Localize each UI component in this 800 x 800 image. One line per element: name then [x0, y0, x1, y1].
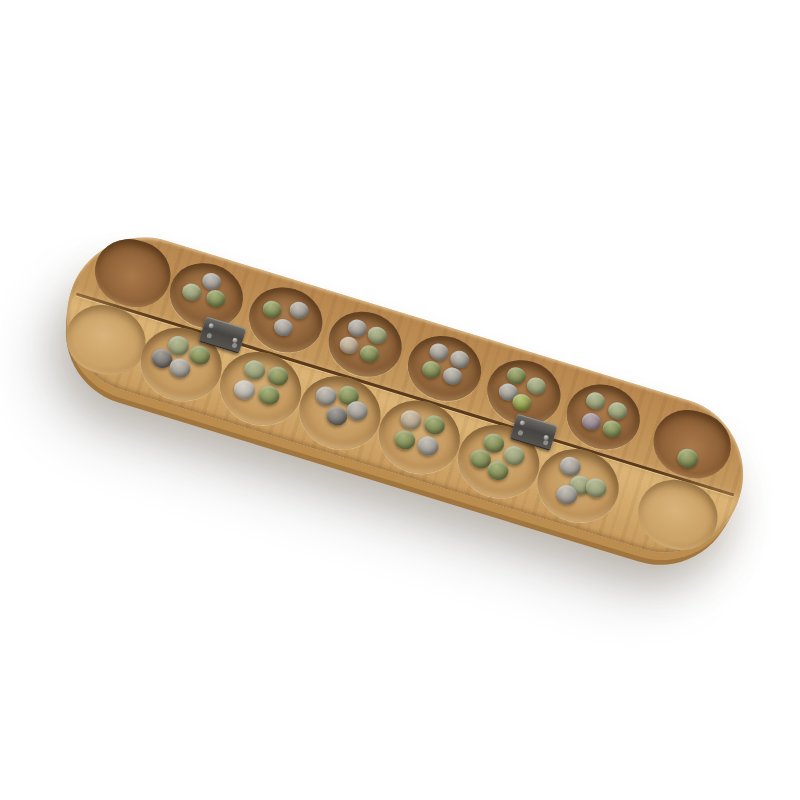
pit-grid [93, 218, 762, 423]
stone-olive [180, 282, 203, 304]
stone-slate [324, 404, 350, 428]
pit-south-3[interactable] [290, 366, 389, 459]
stone-olive [606, 400, 629, 422]
photo-scene [0, 0, 800, 800]
stone-green [358, 343, 381, 365]
stone-green [600, 418, 623, 440]
stone-gray [272, 316, 295, 338]
stone-tan [398, 407, 424, 431]
store-west-lower-bowl [58, 296, 154, 384]
stone-green [256, 383, 282, 407]
store-east-lower-bowl [630, 471, 726, 559]
stone-mauve [580, 410, 603, 432]
stone-gray [201, 270, 224, 292]
stone-olive [584, 390, 607, 412]
stone-gray [313, 384, 339, 408]
mancala-board [47, 218, 762, 572]
stone-green [260, 298, 283, 320]
stone-gray [346, 317, 369, 339]
stone-olive [241, 358, 267, 382]
stone-tan [338, 335, 361, 357]
stone-green [205, 288, 228, 310]
stone-green [265, 364, 291, 388]
pit-south-2[interactable] [211, 342, 310, 435]
store-east [624, 401, 745, 559]
stone-green [392, 428, 418, 452]
stone-lightgray [232, 378, 258, 402]
stone-gray [288, 300, 311, 322]
stone-green [420, 359, 443, 381]
pit-south-4[interactable] [370, 391, 469, 484]
stone-gray [416, 434, 442, 458]
stone-olive [525, 375, 548, 397]
stone-green [422, 413, 448, 437]
stone-gray [441, 365, 464, 387]
stone-gray [427, 341, 450, 363]
stone-olive [365, 325, 388, 347]
store-west-upper-bowl [87, 230, 179, 315]
pit-south-6[interactable] [528, 439, 627, 532]
stone-green [187, 343, 213, 367]
store-east-upper-bowl [645, 401, 739, 487]
